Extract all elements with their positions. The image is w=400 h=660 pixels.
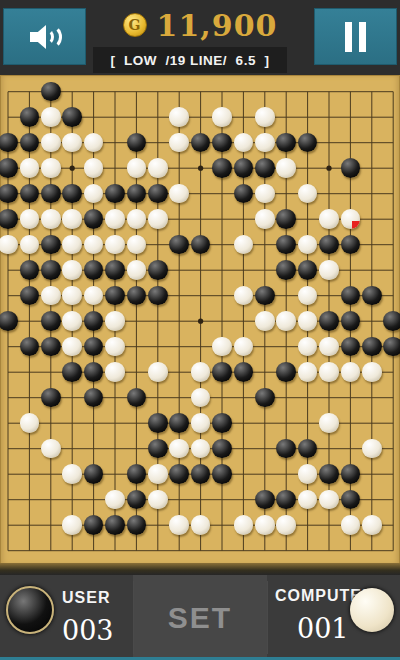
- white-stone: [319, 362, 339, 382]
- white-stone: [255, 107, 275, 127]
- white-stone: [255, 311, 275, 331]
- black-stone: [20, 107, 40, 127]
- pause-button[interactable]: [314, 8, 397, 65]
- user-tray: USER 003: [0, 575, 133, 660]
- black-stone: [105, 286, 125, 306]
- white-stone: [362, 362, 382, 382]
- black-stone: [41, 388, 61, 408]
- black-stone: [105, 260, 125, 280]
- white-stone: [105, 490, 125, 510]
- black-stone: [0, 209, 18, 229]
- white-stone: [105, 235, 125, 255]
- black-stone: [319, 235, 339, 255]
- black-stone: [383, 311, 400, 331]
- black-stone: [276, 209, 296, 229]
- white-stone: [127, 209, 147, 229]
- black-stone: [62, 107, 82, 127]
- white-stone: [105, 209, 125, 229]
- black-stone: [105, 184, 125, 204]
- black-stone: [212, 464, 232, 484]
- black-stone: [319, 464, 339, 484]
- white-stone: [298, 362, 318, 382]
- black-stone: [255, 158, 275, 178]
- white-stone: [255, 133, 275, 153]
- white-stone: [41, 133, 61, 153]
- black-stone: [234, 362, 254, 382]
- white-stone: [191, 362, 211, 382]
- white-stone: [276, 311, 296, 331]
- white-stone: [319, 337, 339, 357]
- black-stone: [0, 158, 18, 178]
- white-stone: [276, 515, 296, 535]
- star-point: [198, 166, 203, 171]
- white-stone: [362, 515, 382, 535]
- white-stone: [341, 515, 361, 535]
- white-stone: [148, 362, 168, 382]
- black-stone: [169, 413, 189, 433]
- user-label: USER: [62, 589, 110, 607]
- white-stone: [341, 209, 361, 229]
- white-stone: [319, 209, 339, 229]
- black-stone: [148, 439, 168, 459]
- white-stone: [319, 260, 339, 280]
- black-stone: [41, 235, 61, 255]
- star-point: [326, 166, 331, 171]
- black-stone: [41, 311, 61, 331]
- black-stone: [20, 260, 40, 280]
- coin-icon: G: [123, 13, 147, 37]
- white-stone: [20, 209, 40, 229]
- black-stone: [84, 209, 104, 229]
- black-stone: [148, 286, 168, 306]
- white-stone: [41, 286, 61, 306]
- black-stone: [341, 464, 361, 484]
- white-stone: [41, 439, 61, 459]
- black-stone: [212, 413, 232, 433]
- white-stone: [255, 209, 275, 229]
- white-stone: [41, 209, 61, 229]
- white-stone: [169, 107, 189, 127]
- pause-icon: [345, 22, 366, 52]
- black-stone: [212, 362, 232, 382]
- black-stone: [148, 184, 168, 204]
- black-stone: [191, 464, 211, 484]
- white-stone: [105, 337, 125, 357]
- white-stone: [105, 311, 125, 331]
- black-stone: [84, 515, 104, 535]
- black-stone: [84, 362, 104, 382]
- white-stone: [255, 515, 275, 535]
- white-stone: [276, 158, 296, 178]
- white-stone: [20, 413, 40, 433]
- white-stone: [212, 337, 232, 357]
- white-stone: [298, 464, 318, 484]
- game-info-label: [ LOW /19 LINE/ 6.5 ]: [93, 47, 287, 73]
- coin-amount: 11,900: [157, 8, 278, 43]
- white-stone: [127, 260, 147, 280]
- black-stone: [276, 362, 296, 382]
- white-stone-avatar: [350, 588, 394, 632]
- black-stone: [212, 439, 232, 459]
- white-stone: [84, 158, 104, 178]
- white-stone: [319, 490, 339, 510]
- white-stone: [298, 311, 318, 331]
- divider: [267, 581, 268, 654]
- computer-tray: COMPUTER 001: [267, 575, 400, 660]
- black-stone: [41, 184, 61, 204]
- star-point: [70, 166, 75, 171]
- black-stone: [148, 260, 168, 280]
- black-stone: [105, 515, 125, 535]
- white-stone: [148, 490, 168, 510]
- white-stone: [41, 107, 61, 127]
- black-stone: [84, 311, 104, 331]
- white-stone: [62, 515, 82, 535]
- white-stone: [234, 515, 254, 535]
- white-stone: [169, 515, 189, 535]
- black-stone: [255, 490, 275, 510]
- white-stone: [62, 311, 82, 331]
- divider: [133, 581, 134, 654]
- black-stone: [127, 464, 147, 484]
- black-stone: [127, 515, 147, 535]
- black-stone: [319, 311, 339, 331]
- white-stone: [191, 515, 211, 535]
- black-stone: [234, 158, 254, 178]
- white-stone: [191, 413, 211, 433]
- black-stone: [341, 158, 361, 178]
- white-stone: [212, 107, 232, 127]
- star-point: [198, 319, 203, 324]
- black-stone: [255, 388, 275, 408]
- white-stone: [62, 260, 82, 280]
- black-stone: [0, 311, 18, 331]
- black-stone: [362, 286, 382, 306]
- white-stone: [62, 209, 82, 229]
- black-stone: [383, 337, 400, 357]
- black-stone: [84, 260, 104, 280]
- white-stone: [148, 209, 168, 229]
- white-stone: [127, 158, 147, 178]
- white-stone: [148, 158, 168, 178]
- black-stone: [41, 260, 61, 280]
- black-stone: [341, 311, 361, 331]
- black-stone: [212, 133, 232, 153]
- black-stone-avatar: [6, 586, 54, 634]
- black-stone: [84, 464, 104, 484]
- bottom-bar: USER 003 SET COMPUTER 001: [0, 575, 400, 660]
- goban[interactable]: [0, 75, 400, 565]
- white-stone: [41, 158, 61, 178]
- black-stone: [62, 362, 82, 382]
- app-screen: G 11,900 [ LOW /19 LINE/ 6.5 ] USER 003 …: [0, 0, 400, 660]
- black-stone: [298, 260, 318, 280]
- set-button[interactable]: SET: [133, 575, 267, 660]
- white-stone: [319, 413, 339, 433]
- user-count: 003: [62, 615, 114, 646]
- black-stone: [41, 337, 61, 357]
- black-stone: [255, 286, 275, 306]
- white-stone: [341, 362, 361, 382]
- black-stone: [41, 82, 61, 102]
- white-stone: [20, 158, 40, 178]
- black-stone: [169, 464, 189, 484]
- white-stone: [255, 184, 275, 204]
- white-stone: [148, 464, 168, 484]
- black-stone: [362, 337, 382, 357]
- white-stone: [105, 362, 125, 382]
- board-shadow: [0, 563, 400, 575]
- white-stone: [62, 464, 82, 484]
- computer-count: 001: [297, 613, 349, 644]
- black-stone: [148, 413, 168, 433]
- white-stone: [362, 439, 382, 459]
- black-stone: [212, 158, 232, 178]
- top-bar: G 11,900 [ LOW /19 LINE/ 6.5 ]: [0, 0, 400, 75]
- black-stone: [276, 260, 296, 280]
